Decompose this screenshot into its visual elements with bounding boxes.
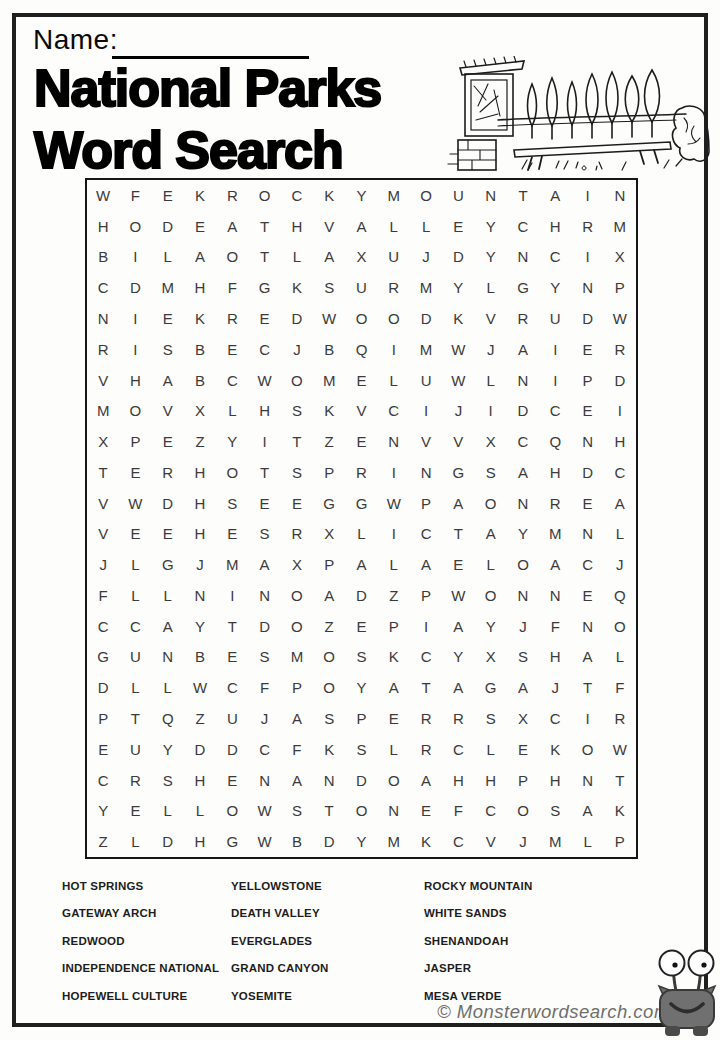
grid-cell[interactable]: I bbox=[539, 334, 571, 365]
grid-cell[interactable]: U bbox=[345, 272, 377, 303]
grid-cell[interactable]: C bbox=[539, 242, 571, 273]
grid-cell[interactable]: Y bbox=[184, 611, 216, 642]
grid-cell[interactable]: L bbox=[119, 549, 151, 580]
grid-cell[interactable]: Y bbox=[539, 272, 571, 303]
grid-cell[interactable]: L bbox=[378, 211, 410, 242]
grid-cell[interactable]: D bbox=[345, 765, 377, 796]
grid-cell[interactable]: S bbox=[313, 703, 345, 734]
grid-cell[interactable]: V bbox=[442, 426, 474, 457]
grid-cell[interactable]: L bbox=[152, 580, 184, 611]
grid-cell[interactable]: N bbox=[152, 642, 184, 673]
grid-cell[interactable]: X bbox=[313, 519, 345, 550]
grid-cell[interactable]: G bbox=[475, 672, 507, 703]
grid-cell[interactable]: C bbox=[216, 672, 248, 703]
grid-cell[interactable]: H bbox=[248, 395, 280, 426]
grid-cell[interactable]: O bbox=[475, 580, 507, 611]
grid-cell[interactable]: A bbox=[410, 549, 442, 580]
grid-cell[interactable]: H bbox=[539, 765, 571, 796]
grid-cell[interactable]: I bbox=[378, 457, 410, 488]
grid-cell[interactable]: K bbox=[313, 395, 345, 426]
grid-cell[interactable]: C bbox=[475, 795, 507, 826]
grid-cell[interactable]: V bbox=[410, 426, 442, 457]
grid-cell[interactable]: E bbox=[442, 549, 474, 580]
grid-cell[interactable]: O bbox=[119, 395, 151, 426]
grid-cell[interactable]: Z bbox=[378, 580, 410, 611]
grid-cell[interactable]: H bbox=[184, 765, 216, 796]
grid-cell[interactable]: K bbox=[604, 795, 636, 826]
grid-cell[interactable]: E bbox=[216, 765, 248, 796]
grid-cell[interactable]: A bbox=[539, 549, 571, 580]
grid-cell[interactable]: N bbox=[507, 488, 539, 519]
grid-cell[interactable]: W bbox=[248, 795, 280, 826]
grid-cell[interactable]: F bbox=[442, 795, 474, 826]
grid-cell[interactable]: P bbox=[571, 365, 603, 396]
grid-cell[interactable]: U bbox=[539, 303, 571, 334]
grid-cell[interactable]: I bbox=[119, 303, 151, 334]
grid-cell[interactable]: T bbox=[410, 672, 442, 703]
grid-cell[interactable]: U bbox=[442, 180, 474, 211]
grid-cell[interactable]: S bbox=[281, 795, 313, 826]
grid-cell[interactable]: V bbox=[152, 395, 184, 426]
grid-cell[interactable]: R bbox=[410, 703, 442, 734]
grid-cell[interactable]: A bbox=[410, 765, 442, 796]
grid-cell[interactable]: G bbox=[345, 488, 377, 519]
grid-cell[interactable]: I bbox=[216, 580, 248, 611]
grid-cell[interactable]: R bbox=[507, 303, 539, 334]
grid-cell[interactable]: L bbox=[184, 795, 216, 826]
grid-cell[interactable]: C bbox=[216, 365, 248, 396]
grid-cell[interactable]: L bbox=[604, 519, 636, 550]
grid-cell[interactable]: N bbox=[184, 580, 216, 611]
grid-cell[interactable]: H bbox=[442, 765, 474, 796]
grid-cell[interactable]: O bbox=[281, 365, 313, 396]
grid-cell[interactable]: P bbox=[507, 765, 539, 796]
grid-cell[interactable]: J bbox=[507, 826, 539, 857]
grid-cell[interactable]: Q bbox=[152, 703, 184, 734]
grid-cell[interactable]: X bbox=[604, 242, 636, 273]
grid-cell[interactable]: E bbox=[571, 488, 603, 519]
grid-cell[interactable]: P bbox=[345, 703, 377, 734]
grid-cell[interactable]: C bbox=[442, 826, 474, 857]
grid-cell[interactable]: Q bbox=[539, 426, 571, 457]
grid-cell[interactable]: E bbox=[248, 303, 280, 334]
grid-cell[interactable]: O bbox=[313, 672, 345, 703]
grid-cell[interactable]: E bbox=[152, 303, 184, 334]
grid-cell[interactable]: Z bbox=[184, 703, 216, 734]
grid-cell[interactable]: M bbox=[378, 826, 410, 857]
grid-cell[interactable]: S bbox=[281, 457, 313, 488]
grid-cell[interactable]: N bbox=[378, 426, 410, 457]
grid-cell[interactable]: R bbox=[442, 703, 474, 734]
grid-cell[interactable]: Z bbox=[87, 826, 119, 857]
grid-cell[interactable]: D bbox=[442, 242, 474, 273]
grid-cell[interactable]: B bbox=[184, 334, 216, 365]
grid-cell[interactable]: J bbox=[87, 549, 119, 580]
grid-cell[interactable]: E bbox=[119, 457, 151, 488]
grid-cell[interactable]: R bbox=[378, 272, 410, 303]
grid-cell[interactable]: L bbox=[119, 672, 151, 703]
grid-cell[interactable]: G bbox=[87, 642, 119, 673]
grid-cell[interactable]: D bbox=[281, 303, 313, 334]
grid-cell[interactable]: R bbox=[87, 334, 119, 365]
grid-cell[interactable]: E bbox=[216, 519, 248, 550]
grid-cell[interactable]: O bbox=[281, 611, 313, 642]
grid-cell[interactable]: C bbox=[507, 426, 539, 457]
grid-cell[interactable]: U bbox=[216, 703, 248, 734]
grid-cell[interactable]: W bbox=[248, 826, 280, 857]
grid-cell[interactable]: S bbox=[281, 395, 313, 426]
grid-cell[interactable]: N bbox=[571, 765, 603, 796]
grid-cell[interactable]: S bbox=[475, 703, 507, 734]
grid-cell[interactable]: L bbox=[475, 272, 507, 303]
grid-cell[interactable]: N bbox=[571, 611, 603, 642]
grid-cell[interactable]: W bbox=[184, 672, 216, 703]
grid-cell[interactable]: I bbox=[604, 395, 636, 426]
grid-cell[interactable]: R bbox=[152, 457, 184, 488]
grid-cell[interactable]: A bbox=[507, 334, 539, 365]
grid-cell[interactable]: J bbox=[539, 672, 571, 703]
grid-cell[interactable]: A bbox=[152, 611, 184, 642]
grid-cell[interactable]: D bbox=[345, 580, 377, 611]
grid-cell[interactable]: I bbox=[539, 365, 571, 396]
grid-cell[interactable]: J bbox=[248, 703, 280, 734]
grid-cell[interactable]: K bbox=[410, 826, 442, 857]
grid-cell[interactable]: S bbox=[248, 642, 280, 673]
grid-cell[interactable]: O bbox=[216, 242, 248, 273]
grid-cell[interactable]: D bbox=[313, 826, 345, 857]
grid-cell[interactable]: C bbox=[539, 703, 571, 734]
grid-cell[interactable]: E bbox=[345, 365, 377, 396]
grid-cell[interactable]: I bbox=[571, 242, 603, 273]
grid-cell[interactable]: D bbox=[507, 395, 539, 426]
grid-cell[interactable]: N bbox=[604, 180, 636, 211]
grid-cell[interactable]: A bbox=[152, 365, 184, 396]
grid-cell[interactable]: N bbox=[571, 272, 603, 303]
grid-cell[interactable]: K bbox=[313, 180, 345, 211]
grid-cell[interactable]: T bbox=[571, 672, 603, 703]
grid-cell[interactable]: X bbox=[507, 703, 539, 734]
grid-cell[interactable]: E bbox=[442, 211, 474, 242]
grid-cell[interactable]: I bbox=[410, 611, 442, 642]
grid-cell[interactable]: I bbox=[410, 395, 442, 426]
grid-cell[interactable]: C bbox=[410, 519, 442, 550]
grid-cell[interactable]: B bbox=[87, 242, 119, 273]
grid-cell[interactable]: Y bbox=[475, 211, 507, 242]
grid-cell[interactable]: T bbox=[507, 180, 539, 211]
grid-cell[interactable]: L bbox=[475, 549, 507, 580]
grid-cell[interactable]: E bbox=[571, 395, 603, 426]
grid-cell[interactable]: B bbox=[281, 826, 313, 857]
grid-cell[interactable]: Y bbox=[152, 734, 184, 765]
grid-cell[interactable]: I bbox=[378, 519, 410, 550]
grid-cell[interactable]: A bbox=[345, 211, 377, 242]
grid-cell[interactable]: E bbox=[345, 426, 377, 457]
grid-cell[interactable]: N bbox=[248, 765, 280, 796]
grid-cell[interactable]: D bbox=[410, 303, 442, 334]
grid-cell[interactable]: W bbox=[442, 365, 474, 396]
grid-cell[interactable]: H bbox=[184, 488, 216, 519]
grid-cell[interactable]: S bbox=[313, 272, 345, 303]
grid-cell[interactable]: O bbox=[345, 303, 377, 334]
grid-cell[interactable]: H bbox=[539, 457, 571, 488]
grid-cell[interactable]: B bbox=[313, 334, 345, 365]
grid-cell[interactable]: X bbox=[475, 426, 507, 457]
grid-cell[interactable]: E bbox=[87, 734, 119, 765]
grid-cell[interactable]: L bbox=[152, 242, 184, 273]
grid-cell[interactable]: F bbox=[119, 180, 151, 211]
grid-cell[interactable]: L bbox=[119, 580, 151, 611]
grid-cell[interactable]: Z bbox=[313, 611, 345, 642]
grid-cell[interactable]: C bbox=[571, 549, 603, 580]
grid-cell[interactable]: E bbox=[571, 580, 603, 611]
grid-cell[interactable]: Y bbox=[216, 426, 248, 457]
grid-cell[interactable]: R bbox=[119, 765, 151, 796]
grid-cell[interactable]: T bbox=[248, 242, 280, 273]
grid-cell[interactable]: L bbox=[378, 734, 410, 765]
grid-cell[interactable]: J bbox=[507, 611, 539, 642]
grid-cell[interactable]: O bbox=[119, 211, 151, 242]
grid-cell[interactable]: O bbox=[410, 180, 442, 211]
grid-cell[interactable]: X bbox=[184, 395, 216, 426]
grid-cell[interactable]: A bbox=[571, 642, 603, 673]
grid-cell[interactable]: L bbox=[281, 242, 313, 273]
grid-cell[interactable]: W bbox=[313, 303, 345, 334]
grid-cell[interactable]: G bbox=[442, 457, 474, 488]
grid-cell[interactable]: T bbox=[216, 611, 248, 642]
grid-cell[interactable]: P bbox=[410, 580, 442, 611]
grid-cell[interactable]: C bbox=[539, 395, 571, 426]
grid-cell[interactable]: G bbox=[507, 272, 539, 303]
grid-cell[interactable]: V bbox=[345, 395, 377, 426]
grid-cell[interactable]: Y bbox=[475, 242, 507, 273]
grid-cell[interactable]: O bbox=[507, 795, 539, 826]
grid-cell[interactable]: D bbox=[571, 457, 603, 488]
grid-cell[interactable]: O bbox=[281, 580, 313, 611]
grid-cell[interactable]: V bbox=[313, 211, 345, 242]
grid-cell[interactable]: H bbox=[184, 826, 216, 857]
grid-cell[interactable]: T bbox=[604, 765, 636, 796]
grid-cell[interactable]: H bbox=[119, 365, 151, 396]
grid-cell[interactable]: P bbox=[281, 672, 313, 703]
grid-cell[interactable]: G bbox=[313, 488, 345, 519]
grid-cell[interactable]: G bbox=[152, 549, 184, 580]
grid-cell[interactable]: B bbox=[184, 365, 216, 396]
grid-cell[interactable]: V bbox=[87, 488, 119, 519]
grid-cell[interactable]: O bbox=[571, 734, 603, 765]
grid-cell[interactable]: Q bbox=[345, 334, 377, 365]
grid-cell[interactable]: N bbox=[378, 795, 410, 826]
grid-cell[interactable]: S bbox=[475, 457, 507, 488]
grid-cell[interactable]: P bbox=[604, 826, 636, 857]
grid-cell[interactable]: M bbox=[313, 365, 345, 396]
grid-cell[interactable]: F bbox=[248, 672, 280, 703]
grid-cell[interactable]: P bbox=[604, 272, 636, 303]
grid-cell[interactable]: M bbox=[410, 334, 442, 365]
grid-cell[interactable]: R bbox=[571, 211, 603, 242]
grid-cell[interactable]: C bbox=[281, 180, 313, 211]
grid-cell[interactable]: H bbox=[184, 519, 216, 550]
grid-cell[interactable]: C bbox=[442, 734, 474, 765]
grid-cell[interactable]: L bbox=[216, 395, 248, 426]
grid-cell[interactable]: L bbox=[152, 672, 184, 703]
grid-cell[interactable]: N bbox=[507, 242, 539, 273]
grid-cell[interactable]: W bbox=[442, 580, 474, 611]
grid-cell[interactable]: O bbox=[345, 795, 377, 826]
grid-cell[interactable]: K bbox=[442, 303, 474, 334]
grid-cell[interactable]: L bbox=[604, 642, 636, 673]
grid-cell[interactable]: A bbox=[378, 672, 410, 703]
grid-cell[interactable]: L bbox=[119, 826, 151, 857]
grid-cell[interactable]: H bbox=[539, 642, 571, 673]
grid-cell[interactable]: C bbox=[248, 334, 280, 365]
grid-cell[interactable]: U bbox=[119, 734, 151, 765]
grid-cell[interactable]: C bbox=[87, 611, 119, 642]
grid-cell[interactable]: D bbox=[216, 734, 248, 765]
grid-cell[interactable]: L bbox=[410, 211, 442, 242]
grid-cell[interactable]: E bbox=[119, 795, 151, 826]
grid-cell[interactable]: V bbox=[87, 365, 119, 396]
grid-cell[interactable]: C bbox=[119, 611, 151, 642]
grid-cell[interactable]: M bbox=[539, 519, 571, 550]
grid-cell[interactable]: T bbox=[442, 519, 474, 550]
grid-cell[interactable]: J bbox=[442, 395, 474, 426]
grid-cell[interactable]: W bbox=[87, 180, 119, 211]
grid-cell[interactable]: Y bbox=[87, 795, 119, 826]
grid-cell[interactable]: C bbox=[248, 734, 280, 765]
grid-cell[interactable]: E bbox=[281, 488, 313, 519]
grid-cell[interactable]: W bbox=[119, 488, 151, 519]
grid-cell[interactable]: R bbox=[345, 457, 377, 488]
grid-cell[interactable]: A bbox=[281, 703, 313, 734]
grid-cell[interactable]: A bbox=[604, 488, 636, 519]
grid-cell[interactable]: O bbox=[378, 765, 410, 796]
grid-cell[interactable]: C bbox=[87, 765, 119, 796]
grid-cell[interactable]: L bbox=[152, 795, 184, 826]
grid-cell[interactable]: N bbox=[410, 457, 442, 488]
grid-cell[interactable]: I bbox=[571, 703, 603, 734]
grid-cell[interactable]: J bbox=[410, 242, 442, 273]
grid-cell[interactable]: I bbox=[475, 395, 507, 426]
grid-cell[interactable]: C bbox=[410, 642, 442, 673]
grid-cell[interactable]: N bbox=[507, 580, 539, 611]
grid-cell[interactable]: S bbox=[152, 765, 184, 796]
grid-cell[interactable]: R bbox=[604, 334, 636, 365]
grid-cell[interactable]: D bbox=[604, 365, 636, 396]
grid-cell[interactable]: G bbox=[216, 826, 248, 857]
grid-cell[interactable]: T bbox=[248, 457, 280, 488]
grid-cell[interactable]: K bbox=[378, 642, 410, 673]
grid-cell[interactable]: N bbox=[313, 765, 345, 796]
grid-cell[interactable]: Y bbox=[345, 826, 377, 857]
grid-cell[interactable]: O bbox=[507, 549, 539, 580]
grid-cell[interactable]: N bbox=[571, 519, 603, 550]
grid-cell[interactable]: E bbox=[507, 734, 539, 765]
grid-cell[interactable]: A bbox=[442, 611, 474, 642]
grid-cell[interactable]: N bbox=[87, 303, 119, 334]
grid-cell[interactable]: H bbox=[184, 272, 216, 303]
grid-cell[interactable]: S bbox=[216, 488, 248, 519]
grid-cell[interactable]: R bbox=[216, 180, 248, 211]
grid-cell[interactable]: E bbox=[378, 703, 410, 734]
grid-cell[interactable]: M bbox=[281, 642, 313, 673]
grid-cell[interactable]: H bbox=[475, 765, 507, 796]
grid-cell[interactable]: O bbox=[475, 488, 507, 519]
grid-cell[interactable]: Y bbox=[507, 519, 539, 550]
grid-cell[interactable]: O bbox=[313, 642, 345, 673]
grid-cell[interactable]: O bbox=[216, 795, 248, 826]
grid-cell[interactable]: S bbox=[345, 734, 377, 765]
grid-cell[interactable]: L bbox=[345, 519, 377, 550]
grid-cell[interactable]: J bbox=[281, 334, 313, 365]
grid-cell[interactable]: P bbox=[410, 488, 442, 519]
grid-cell[interactable]: N bbox=[248, 580, 280, 611]
grid-cell[interactable]: N bbox=[571, 426, 603, 457]
grid-cell[interactable]: W bbox=[378, 488, 410, 519]
grid-cell[interactable]: S bbox=[539, 795, 571, 826]
grid-cell[interactable]: S bbox=[248, 519, 280, 550]
grid-cell[interactable]: D bbox=[571, 303, 603, 334]
grid-cell[interactable]: L bbox=[571, 826, 603, 857]
grid-cell[interactable]: I bbox=[571, 180, 603, 211]
grid-cell[interactable]: O bbox=[604, 611, 636, 642]
grid-cell[interactable]: Y bbox=[345, 180, 377, 211]
grid-cell[interactable]: A bbox=[184, 242, 216, 273]
grid-cell[interactable]: E bbox=[184, 211, 216, 242]
grid-cell[interactable]: A bbox=[507, 672, 539, 703]
grid-cell[interactable]: E bbox=[152, 180, 184, 211]
grid-cell[interactable]: F bbox=[604, 672, 636, 703]
grid-cell[interactable]: D bbox=[119, 272, 151, 303]
grid-cell[interactable]: M bbox=[378, 180, 410, 211]
grid-cell[interactable]: O bbox=[248, 180, 280, 211]
grid-cell[interactable]: N bbox=[475, 180, 507, 211]
grid-cell[interactable]: F bbox=[281, 734, 313, 765]
grid-cell[interactable]: V bbox=[475, 826, 507, 857]
grid-cell[interactable]: Z bbox=[313, 426, 345, 457]
grid-cell[interactable]: R bbox=[410, 734, 442, 765]
grid-cell[interactable]: W bbox=[604, 303, 636, 334]
grid-cell[interactable]: K bbox=[539, 734, 571, 765]
grid-cell[interactable]: P bbox=[119, 426, 151, 457]
grid-cell[interactable]: X bbox=[87, 426, 119, 457]
grid-cell[interactable]: E bbox=[119, 519, 151, 550]
grid-cell[interactable]: Z bbox=[184, 426, 216, 457]
grid-cell[interactable]: M bbox=[87, 395, 119, 426]
grid-cell[interactable]: C bbox=[604, 457, 636, 488]
grid-cell[interactable]: C bbox=[507, 211, 539, 242]
grid-cell[interactable]: R bbox=[539, 488, 571, 519]
grid-cell[interactable]: A bbox=[281, 765, 313, 796]
grid-cell[interactable]: K bbox=[184, 180, 216, 211]
grid-cell[interactable]: E bbox=[216, 334, 248, 365]
grid-cell[interactable]: T bbox=[248, 211, 280, 242]
grid-cell[interactable]: P bbox=[87, 703, 119, 734]
grid-cell[interactable]: A bbox=[539, 180, 571, 211]
grid-cell[interactable]: W bbox=[248, 365, 280, 396]
grid-cell[interactable]: M bbox=[539, 826, 571, 857]
grid-cell[interactable]: B bbox=[184, 642, 216, 673]
grid-cell[interactable]: A bbox=[345, 549, 377, 580]
grid-cell[interactable]: P bbox=[378, 611, 410, 642]
grid-cell[interactable]: P bbox=[313, 457, 345, 488]
grid-cell[interactable]: E bbox=[248, 488, 280, 519]
grid-cell[interactable]: U bbox=[119, 642, 151, 673]
grid-cell[interactable]: A bbox=[313, 580, 345, 611]
grid-cell[interactable]: C bbox=[378, 395, 410, 426]
grid-cell[interactable]: D bbox=[152, 488, 184, 519]
grid-cell[interactable]: M bbox=[152, 272, 184, 303]
grid-cell[interactable]: C bbox=[87, 272, 119, 303]
